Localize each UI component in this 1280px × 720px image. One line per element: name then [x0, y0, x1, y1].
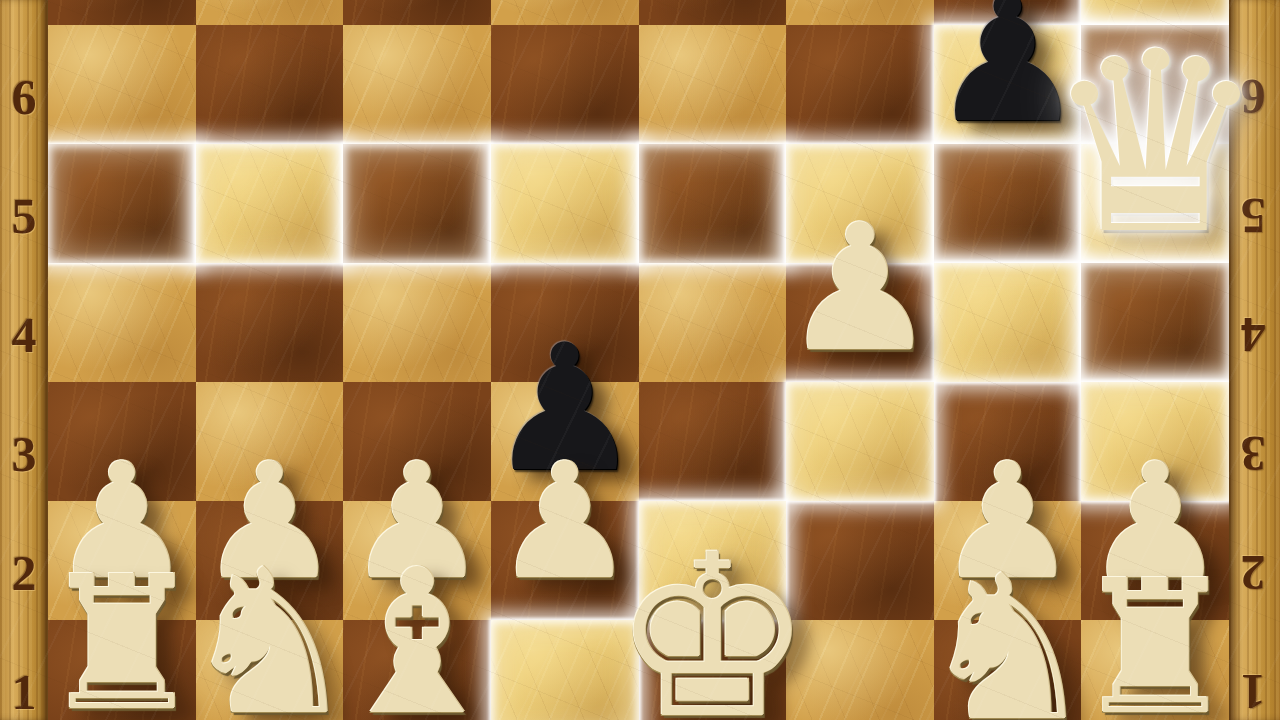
- chess-app-screen: ♟♛♟♟♟♟♟♟♟♟♜♞♝♚♞♜ 654321 654321: [0, 0, 1280, 720]
- square-e7[interactable]: [639, 0, 787, 25]
- square-e3[interactable]: [639, 382, 787, 501]
- square-a6[interactable]: [48, 25, 196, 144]
- square-b4[interactable]: [196, 263, 344, 382]
- square-f3[interactable]: [786, 382, 934, 501]
- square-f7[interactable]: [786, 0, 934, 25]
- piece-white-rook-h1[interactable]: ♜: [1072, 556, 1238, 720]
- piece-white-king-e1[interactable]: ♚: [611, 525, 813, 720]
- rank-label-4-left: 4: [0, 309, 48, 361]
- rank-label-6-left: 6: [0, 71, 48, 123]
- piece-white-bishop-c1[interactable]: ♝: [327, 543, 506, 720]
- square-c6[interactable]: [343, 25, 491, 144]
- square-b7[interactable]: [196, 0, 344, 25]
- piece-white-pawn-f4[interactable]: ♟: [781, 201, 938, 376]
- square-c5[interactable]: [343, 144, 491, 263]
- square-e6[interactable]: [639, 25, 787, 144]
- square-d5[interactable]: [491, 144, 639, 263]
- rank-label-5-left: 5: [0, 190, 48, 242]
- square-b5[interactable]: [196, 144, 344, 263]
- square-c7[interactable]: [343, 0, 491, 25]
- square-b6[interactable]: [196, 25, 344, 144]
- square-c4[interactable]: [343, 263, 491, 382]
- square-a5[interactable]: [48, 144, 196, 263]
- rank-label-4-right: 4: [1229, 309, 1277, 361]
- square-a4[interactable]: [48, 263, 196, 382]
- rank-label-3-right: 3: [1229, 428, 1277, 480]
- square-f6[interactable]: [786, 25, 934, 144]
- piece-white-queen-h5[interactable]: ♛: [1043, 19, 1267, 269]
- square-a7[interactable]: [48, 0, 196, 25]
- square-d6[interactable]: [491, 25, 639, 144]
- square-e4[interactable]: [639, 263, 787, 382]
- square-e5[interactable]: [639, 144, 787, 263]
- square-d7[interactable]: [491, 0, 639, 25]
- piece-white-knight-g1[interactable]: ♞: [918, 549, 1097, 720]
- rank-label-3-left: 3: [0, 428, 48, 480]
